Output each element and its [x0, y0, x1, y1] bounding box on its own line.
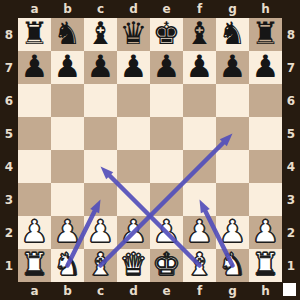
- square-d8[interactable]: ♛: [117, 18, 150, 51]
- square-c2[interactable]: ♟: [84, 216, 117, 249]
- square-f2[interactable]: ♟: [183, 216, 216, 249]
- piece-black-king-e8[interactable]: ♚: [153, 17, 181, 50]
- rank-labels-left: 87654321: [0, 18, 18, 282]
- piece-black-bishop-c8[interactable]: ♝: [87, 17, 115, 50]
- piece-white-queen-d1[interactable]: ♛: [120, 248, 148, 281]
- square-g4[interactable]: [216, 150, 249, 183]
- square-g6[interactable]: [216, 84, 249, 117]
- rank-label-4: 4: [0, 150, 18, 183]
- piece-black-bishop-f8[interactable]: ♝: [186, 17, 214, 50]
- square-e1[interactable]: ♚: [150, 249, 183, 282]
- square-h4[interactable]: [249, 150, 282, 183]
- file-label-f: f: [183, 282, 216, 300]
- square-b1[interactable]: ♞: [51, 249, 84, 282]
- piece-white-bishop-f1[interactable]: ♝: [186, 248, 214, 281]
- square-a3[interactable]: [18, 183, 51, 216]
- square-c6[interactable]: [84, 84, 117, 117]
- rank-labels-right: 87654321: [282, 18, 300, 282]
- chess-board-frame: abcdefgh abcdefgh 87654321 87654321 ♜♞♝♛…: [0, 0, 300, 300]
- file-label-e: e: [150, 282, 183, 300]
- piece-white-pawn-d2[interactable]: ♟: [120, 215, 148, 248]
- square-d7[interactable]: ♟: [117, 51, 150, 84]
- square-b8[interactable]: ♞: [51, 18, 84, 51]
- square-d5[interactable]: [117, 117, 150, 150]
- chess-board: ♜♞♝♛♚♝♞♜♟♟♟♟♟♟♟♟♟♟♟♟♟♟♟♟♜♞♝♛♚♝♞♜: [18, 18, 282, 282]
- square-h8[interactable]: ♜: [249, 18, 282, 51]
- square-e2[interactable]: ♟: [150, 216, 183, 249]
- piece-black-pawn-c7[interactable]: ♟: [87, 50, 115, 83]
- rank-label-3: 3: [282, 183, 300, 216]
- square-c3[interactable]: [84, 183, 117, 216]
- square-e8[interactable]: ♚: [150, 18, 183, 51]
- rank-label-5: 5: [282, 117, 300, 150]
- piece-black-pawn-b7[interactable]: ♟: [54, 50, 82, 83]
- square-d4[interactable]: [117, 150, 150, 183]
- square-g5[interactable]: [216, 117, 249, 150]
- rank-label-1: 1: [0, 249, 18, 282]
- square-a1[interactable]: ♜: [18, 249, 51, 282]
- file-label-g: g: [216, 282, 249, 300]
- rank-label-1: 1: [282, 249, 300, 282]
- square-e7[interactable]: ♟: [150, 51, 183, 84]
- rank-label-2: 2: [282, 216, 300, 249]
- square-a6[interactable]: [18, 84, 51, 117]
- piece-white-king-e1[interactable]: ♚: [153, 248, 181, 281]
- square-h3[interactable]: [249, 183, 282, 216]
- square-f7[interactable]: ♟: [183, 51, 216, 84]
- square-e5[interactable]: [150, 117, 183, 150]
- square-a7[interactable]: ♟: [18, 51, 51, 84]
- square-d6[interactable]: [117, 84, 150, 117]
- rank-label-7: 7: [282, 51, 300, 84]
- rank-label-6: 6: [0, 84, 18, 117]
- square-f1[interactable]: ♝: [183, 249, 216, 282]
- square-g8[interactable]: ♞: [216, 18, 249, 51]
- piece-black-pawn-h7[interactable]: ♟: [252, 50, 280, 83]
- rank-label-4: 4: [282, 150, 300, 183]
- white-to-move-indicator: [283, 283, 296, 296]
- piece-white-bishop-c1[interactable]: ♝: [87, 248, 115, 281]
- piece-white-knight-b1[interactable]: ♞: [54, 248, 82, 281]
- piece-black-rook-h8[interactable]: ♜: [252, 17, 280, 50]
- rank-label-2: 2: [0, 216, 18, 249]
- piece-black-queen-d8[interactable]: ♛: [120, 17, 148, 50]
- piece-black-pawn-d7[interactable]: ♟: [120, 50, 148, 83]
- piece-black-pawn-a7[interactable]: ♟: [21, 50, 49, 83]
- square-g2[interactable]: ♟: [216, 216, 249, 249]
- piece-white-rook-a1[interactable]: ♜: [21, 248, 49, 281]
- square-g7[interactable]: ♟: [216, 51, 249, 84]
- square-c4[interactable]: [84, 150, 117, 183]
- piece-white-pawn-e2[interactable]: ♟: [153, 215, 181, 248]
- file-label-c: c: [84, 282, 117, 300]
- rank-label-7: 7: [0, 51, 18, 84]
- square-h2[interactable]: ♟: [249, 216, 282, 249]
- piece-white-pawn-f2[interactable]: ♟: [186, 215, 214, 248]
- square-a2[interactable]: ♟: [18, 216, 51, 249]
- rank-label-8: 8: [0, 18, 18, 51]
- rank-label-8: 8: [282, 18, 300, 51]
- piece-black-pawn-f7[interactable]: ♟: [186, 50, 214, 83]
- piece-white-pawn-g2[interactable]: ♟: [219, 215, 247, 248]
- square-f3[interactable]: [183, 183, 216, 216]
- file-label-h: h: [249, 282, 282, 300]
- square-e6[interactable]: [150, 84, 183, 117]
- square-g1[interactable]: ♞: [216, 249, 249, 282]
- square-b2[interactable]: ♟: [51, 216, 84, 249]
- square-b4[interactable]: [51, 150, 84, 183]
- piece-white-pawn-c2[interactable]: ♟: [87, 215, 115, 248]
- piece-white-pawn-b2[interactable]: ♟: [54, 215, 82, 248]
- square-a5[interactable]: [18, 117, 51, 150]
- square-b7[interactable]: ♟: [51, 51, 84, 84]
- square-b5[interactable]: [51, 117, 84, 150]
- file-label-d: d: [117, 282, 150, 300]
- piece-black-rook-a8[interactable]: ♜: [21, 17, 49, 50]
- square-b6[interactable]: [51, 84, 84, 117]
- square-h6[interactable]: [249, 84, 282, 117]
- piece-black-pawn-g7[interactable]: ♟: [219, 50, 247, 83]
- square-h7[interactable]: ♟: [249, 51, 282, 84]
- file-labels-bottom: abcdefgh: [18, 282, 282, 300]
- square-e3[interactable]: [150, 183, 183, 216]
- square-b3[interactable]: [51, 183, 84, 216]
- square-e4[interactable]: [150, 150, 183, 183]
- square-a4[interactable]: [18, 150, 51, 183]
- square-c7[interactable]: ♟: [84, 51, 117, 84]
- square-c5[interactable]: [84, 117, 117, 150]
- square-f5[interactable]: [183, 117, 216, 150]
- square-d2[interactable]: ♟: [117, 216, 150, 249]
- file-label-a: a: [18, 282, 51, 300]
- square-c8[interactable]: ♝: [84, 18, 117, 51]
- square-f4[interactable]: [183, 150, 216, 183]
- square-a8[interactable]: ♜: [18, 18, 51, 51]
- square-d1[interactable]: ♛: [117, 249, 150, 282]
- square-f8[interactable]: ♝: [183, 18, 216, 51]
- file-label-b: b: [51, 282, 84, 300]
- square-d3[interactable]: [117, 183, 150, 216]
- piece-white-pawn-a2[interactable]: ♟: [21, 215, 49, 248]
- square-h5[interactable]: [249, 117, 282, 150]
- rank-label-6: 6: [282, 84, 300, 117]
- rank-label-5: 5: [0, 117, 18, 150]
- square-h1[interactable]: ♜: [249, 249, 282, 282]
- piece-black-knight-b8[interactable]: ♞: [54, 17, 82, 50]
- square-c1[interactable]: ♝: [84, 249, 117, 282]
- piece-black-pawn-e7[interactable]: ♟: [153, 50, 181, 83]
- rank-label-3: 3: [0, 183, 18, 216]
- piece-white-knight-g1[interactable]: ♞: [219, 248, 247, 281]
- piece-black-knight-g8[interactable]: ♞: [219, 17, 247, 50]
- piece-white-pawn-h2[interactable]: ♟: [252, 215, 280, 248]
- piece-white-rook-h1[interactable]: ♜: [252, 248, 280, 281]
- square-g3[interactable]: [216, 183, 249, 216]
- square-f6[interactable]: [183, 84, 216, 117]
